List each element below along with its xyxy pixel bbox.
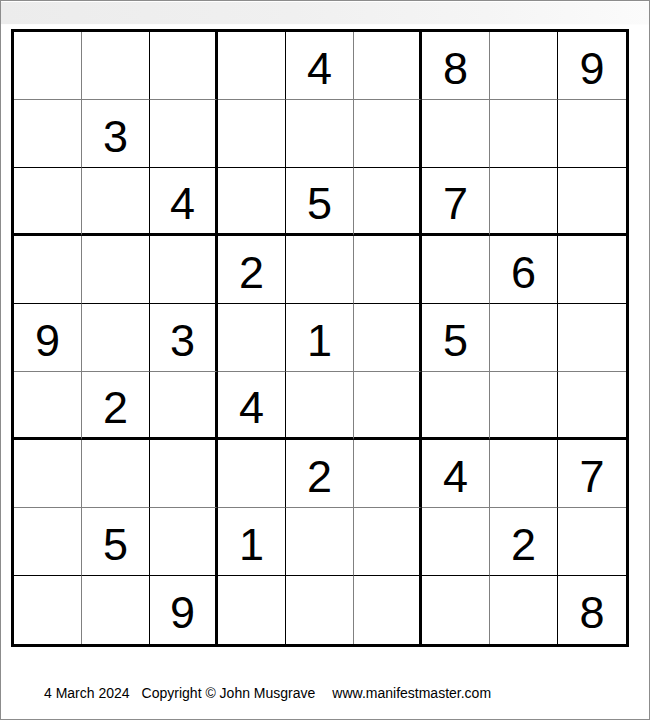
cell-r8c4[interactable]: 1 <box>218 508 286 576</box>
cell-r3c2[interactable] <box>82 168 150 236</box>
cell-r5c8[interactable] <box>490 304 558 372</box>
cell-r4c8[interactable]: 6 <box>490 236 558 304</box>
cell-r8c8[interactable]: 2 <box>490 508 558 576</box>
cell-r2c8[interactable] <box>490 100 558 168</box>
cell-r5c1[interactable]: 9 <box>14 304 82 372</box>
cell-r1c7[interactable]: 8 <box>422 32 490 100</box>
cell-r2c1[interactable] <box>14 100 82 168</box>
cell-r3c8[interactable] <box>490 168 558 236</box>
cell-r2c7[interactable] <box>422 100 490 168</box>
cell-r4c9[interactable] <box>558 236 626 304</box>
cell-r4c5[interactable] <box>286 236 354 304</box>
footer-copyright: Copyright © John Musgrave <box>142 685 316 701</box>
cell-r9c1[interactable] <box>14 576 82 644</box>
cell-r3c3[interactable]: 4 <box>150 168 218 236</box>
cell-r9c5[interactable] <box>286 576 354 644</box>
cell-r3c6[interactable] <box>354 168 422 236</box>
cell-r2c6[interactable] <box>354 100 422 168</box>
cell-r6c9[interactable] <box>558 372 626 440</box>
cell-r6c5[interactable] <box>286 372 354 440</box>
cell-r2c4[interactable] <box>218 100 286 168</box>
cell-r9c2[interactable] <box>82 576 150 644</box>
cell-r8c1[interactable] <box>14 508 82 576</box>
cell-r8c5[interactable] <box>286 508 354 576</box>
footer-website: www.manifestmaster.com <box>332 685 491 701</box>
cell-r4c3[interactable] <box>150 236 218 304</box>
footer-date: 4 March 2024 <box>44 685 130 701</box>
cell-r9c8[interactable] <box>490 576 558 644</box>
cell-r3c5[interactable]: 5 <box>286 168 354 236</box>
cell-r6c2[interactable]: 2 <box>82 372 150 440</box>
cell-r7c3[interactable] <box>150 440 218 508</box>
cell-r6c1[interactable] <box>14 372 82 440</box>
cell-r2c9[interactable] <box>558 100 626 168</box>
cell-r7c7[interactable]: 4 <box>422 440 490 508</box>
cell-r7c9[interactable]: 7 <box>558 440 626 508</box>
cell-r1c2[interactable] <box>82 32 150 100</box>
cell-r8c9[interactable] <box>558 508 626 576</box>
cell-r2c5[interactable] <box>286 100 354 168</box>
cell-r1c6[interactable] <box>354 32 422 100</box>
cell-r3c9[interactable] <box>558 168 626 236</box>
cell-r3c4[interactable] <box>218 168 286 236</box>
cell-r7c6[interactable] <box>354 440 422 508</box>
cell-r7c5[interactable]: 2 <box>286 440 354 508</box>
cell-r7c8[interactable] <box>490 440 558 508</box>
cell-r1c9[interactable]: 9 <box>558 32 626 100</box>
cell-r5c3[interactable]: 3 <box>150 304 218 372</box>
header-gradient-bar <box>1 2 649 25</box>
cell-r1c5[interactable]: 4 <box>286 32 354 100</box>
cell-r2c2[interactable]: 3 <box>82 100 150 168</box>
cell-r8c6[interactable] <box>354 508 422 576</box>
cell-r1c8[interactable] <box>490 32 558 100</box>
cell-r7c2[interactable] <box>82 440 150 508</box>
cell-r2c3[interactable] <box>150 100 218 168</box>
cell-r8c2[interactable]: 5 <box>82 508 150 576</box>
cell-r4c6[interactable] <box>354 236 422 304</box>
cell-r7c1[interactable] <box>14 440 82 508</box>
cell-r4c7[interactable] <box>422 236 490 304</box>
cell-r4c2[interactable] <box>82 236 150 304</box>
sudoku-board: 48934572693152424751298 <box>11 29 629 647</box>
cell-r6c8[interactable] <box>490 372 558 440</box>
cell-r6c7[interactable] <box>422 372 490 440</box>
cell-r5c6[interactable] <box>354 304 422 372</box>
cell-r4c4[interactable]: 2 <box>218 236 286 304</box>
cell-r4c1[interactable] <box>14 236 82 304</box>
cell-r3c1[interactable] <box>14 168 82 236</box>
cell-r5c4[interactable] <box>218 304 286 372</box>
cell-r1c3[interactable] <box>150 32 218 100</box>
cell-r9c4[interactable] <box>218 576 286 644</box>
cell-r6c6[interactable] <box>354 372 422 440</box>
cell-r8c3[interactable] <box>150 508 218 576</box>
cell-r8c7[interactable] <box>422 508 490 576</box>
cell-r6c3[interactable] <box>150 372 218 440</box>
cell-r5c7[interactable]: 5 <box>422 304 490 372</box>
cell-r9c7[interactable] <box>422 576 490 644</box>
cell-r5c9[interactable] <box>558 304 626 372</box>
cell-r5c2[interactable] <box>82 304 150 372</box>
cell-r9c3[interactable]: 9 <box>150 576 218 644</box>
footer: 4 March 2024 Copyright © John Musgrave w… <box>44 685 491 701</box>
cell-r9c9[interactable]: 8 <box>558 576 626 644</box>
page: 48934572693152424751298 4 March 2024 Cop… <box>0 0 650 720</box>
cell-r9c6[interactable] <box>354 576 422 644</box>
cell-r7c4[interactable] <box>218 440 286 508</box>
cell-r1c4[interactable] <box>218 32 286 100</box>
cell-r6c4[interactable]: 4 <box>218 372 286 440</box>
cell-r5c5[interactable]: 1 <box>286 304 354 372</box>
cell-r1c1[interactable] <box>14 32 82 100</box>
cell-r3c7[interactable]: 7 <box>422 168 490 236</box>
